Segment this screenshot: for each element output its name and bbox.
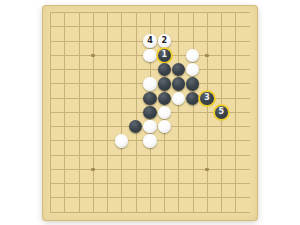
star-point [91,168,95,172]
stone-black[interactable] [186,77,199,90]
stone-white[interactable] [143,120,156,133]
stone-black[interactable] [158,77,171,90]
star-point [91,54,95,58]
stone-white[interactable] [143,77,156,90]
stone-move-number: 4 [147,37,153,45]
stone-black[interactable] [143,106,156,119]
stone-white[interactable] [158,106,171,119]
stone-white[interactable] [143,49,156,62]
stone-white[interactable] [158,120,171,133]
stone-white[interactable] [143,134,156,147]
stone-black[interactable] [129,120,142,133]
stone-black-move-1[interactable]: 1 [158,49,171,62]
stone-black-move-3[interactable]: 3 [200,92,213,105]
stone-black[interactable] [186,92,199,105]
stone-move-number: 3 [204,94,210,102]
gomoku-board[interactable]: 42135 [43,6,257,220]
stone-black[interactable] [172,63,185,76]
stone-white[interactable] [172,92,185,105]
stone-white-move-4[interactable]: 4 [143,34,156,47]
stone-black[interactable] [158,63,171,76]
stone-move-number: 2 [161,37,167,45]
stone-white-move-2[interactable]: 2 [158,34,171,47]
stone-black[interactable] [143,92,156,105]
stone-black[interactable] [158,92,171,105]
stone-black[interactable] [172,77,185,90]
stone-white[interactable] [186,63,199,76]
stone-white[interactable] [186,49,199,62]
stone-white[interactable] [115,134,128,147]
star-point [205,168,209,172]
stone-move-number: 5 [219,108,225,116]
star-point [205,54,209,58]
stone-move-number: 1 [161,51,167,59]
stone-black-move-5[interactable]: 5 [215,106,228,119]
page-background: 42135 [0,0,300,225]
